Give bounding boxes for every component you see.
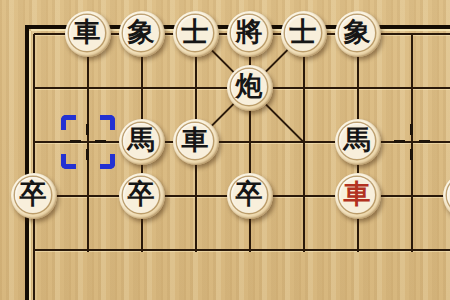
piece-glyph: 車 — [182, 122, 209, 158]
piece-black-chariot[interactable]: 車 — [173, 119, 219, 165]
piece-black-elephant[interactable]: 象 — [335, 11, 381, 57]
piece-black-chariot[interactable]: 車 — [65, 11, 111, 57]
piece-black-cannon[interactable]: 炮 — [227, 65, 273, 111]
piece-black-elephant[interactable]: 象 — [119, 11, 165, 57]
piece-glyph: 馬 — [344, 122, 371, 158]
bracket-corner-icon — [61, 154, 76, 169]
piece-glyph: 馬 — [128, 122, 155, 158]
piece-face: 炮 — [231, 69, 267, 105]
piece-glyph: 卒 — [128, 176, 155, 212]
piece-black-soldier[interactable]: 卒 — [11, 173, 57, 219]
piece-face: 卒 — [231, 177, 267, 213]
xiangqi-board: 車象士將士象炮馬車馬卒卒卒車卒 — [0, 0, 450, 300]
piece-face: 象 — [123, 15, 159, 51]
piece-face: 士 — [177, 15, 213, 51]
bracket-corner-icon — [100, 154, 115, 169]
piece-glyph: 象 — [128, 14, 155, 50]
piece-face: 士 — [285, 15, 321, 51]
piece-face: 馬 — [339, 123, 375, 159]
point-marker-bar — [410, 149, 413, 160]
piece-face: 車 — [177, 123, 213, 159]
bracket-corner-icon — [61, 115, 76, 130]
piece-red-chariot[interactable]: 車 — [335, 173, 381, 219]
piece-face: 車 — [339, 177, 375, 213]
border-highlight-left — [29, 31, 31, 300]
piece-glyph: 炮 — [236, 68, 263, 104]
point-marker-bar — [394, 140, 405, 143]
piece-glyph: 將 — [236, 14, 263, 50]
piece-black-soldier[interactable]: 卒 — [227, 173, 273, 219]
piece-glyph: 士 — [182, 14, 209, 50]
piece-glyph: 象 — [344, 14, 371, 50]
piece-black-advisor[interactable]: 士 — [281, 11, 327, 57]
move-highlight-brackets — [61, 115, 115, 169]
piece-glyph: 士 — [290, 14, 317, 50]
piece-black-soldier[interactable]: 卒 — [119, 173, 165, 219]
grid-line — [33, 34, 35, 300]
piece-black-soldier[interactable]: 卒 — [443, 173, 450, 219]
bracket-corner-icon — [100, 115, 115, 130]
point-marker-bar — [419, 140, 430, 143]
piece-face: 馬 — [123, 123, 159, 159]
piece-glyph: 車 — [344, 176, 371, 212]
piece-black-horse[interactable]: 馬 — [119, 119, 165, 165]
piece-black-horse[interactable]: 馬 — [335, 119, 381, 165]
piece-face: 象 — [339, 15, 375, 51]
piece-glyph: 卒 — [20, 176, 47, 212]
grid-line — [303, 34, 305, 252]
piece-face: 卒 — [123, 177, 159, 213]
point-marker-bar — [410, 124, 413, 135]
piece-black-general[interactable]: 將 — [227, 11, 273, 57]
grid-line — [34, 249, 450, 251]
piece-glyph: 卒 — [236, 176, 263, 212]
piece-black-advisor[interactable]: 士 — [173, 11, 219, 57]
piece-face: 車 — [69, 15, 105, 51]
piece-glyph: 車 — [74, 14, 101, 50]
point-marker — [394, 124, 430, 160]
piece-face: 卒 — [15, 177, 51, 213]
piece-face: 將 — [231, 15, 267, 51]
